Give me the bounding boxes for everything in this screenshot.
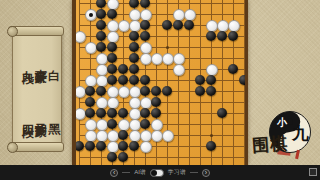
black-stone [107,108,117,118]
black-stone [140,75,150,85]
black-stone [239,75,248,85]
black-stone [206,86,216,96]
player-names: 白 李轩豪 九段 黑 胡子豪 四段 [14,35,60,143]
black-stone [140,108,150,118]
prev-button[interactable]: ‹ [110,169,118,177]
white-color-label: 白 [47,60,60,61]
black-stone [85,108,95,118]
star-point [166,46,169,49]
scroll-bottom-roll [8,142,64,152]
black-stone [85,141,95,151]
black-stone [96,108,106,118]
divider-left [122,172,130,173]
black-stone [118,75,128,85]
white-player-name: 李轩豪 [34,59,47,62]
black-stone [151,86,161,96]
taiji-big-char: 九 [291,124,309,143]
black-stone [195,86,205,96]
go-board[interactable] [72,0,248,165]
last-move-marker [89,13,93,17]
black-stone [129,141,139,151]
black-stone [140,20,150,30]
white-stone [74,31,86,43]
black-stone [74,141,84,151]
record-mode-toggle[interactable] [150,169,164,177]
divider-right [190,172,198,173]
white-stone [140,141,152,153]
black-stone [151,97,161,107]
black-stone [140,31,150,41]
black-stone [107,53,117,63]
black-stone [195,75,205,85]
black-stone [228,64,238,74]
black-stone [96,20,106,30]
black-stone [140,86,150,96]
black-stone [162,86,172,96]
channel-logo: 小 九 围棋 [252,110,314,170]
black-stone [96,31,106,41]
white-player-rank: 九段 [21,61,34,63]
white-player-column: 白 李轩豪 九段 [14,35,60,89]
black-stone [129,53,139,63]
black-stone [129,75,139,85]
black-player-rank: 四段 [21,115,34,117]
black-player-name: 胡子豪 [34,113,47,116]
black-stone [151,108,161,118]
black-stone [129,42,139,52]
black-stone [206,75,216,85]
black-player-column: 黑 胡子豪 四段 [14,89,60,143]
black-stone [217,108,227,118]
black-stone [107,64,117,74]
black-stone [173,20,183,30]
black-stone [162,20,172,30]
black-stone [217,31,227,41]
black-stone [96,141,106,151]
taiji-small-char: 小 [276,117,288,128]
black-stone [107,9,117,19]
logo-calligraphy: 围棋 [251,135,288,154]
left-mode-label[interactable]: AI谱 [134,169,146,176]
black-stone [118,64,128,74]
black-color-label: 黑 [47,114,60,115]
black-stone [85,97,95,107]
red-seal-mark [295,150,300,159]
black-stone [107,119,117,129]
black-stone [96,42,106,52]
black-stone [129,64,139,74]
black-stone [118,141,128,151]
black-stone [228,31,238,41]
fullscreen-icon[interactable] [309,168,317,176]
black-stone [85,86,95,96]
right-mode-label[interactable]: 学习谱 [168,169,186,176]
white-stone [162,130,174,142]
black-stone [107,75,117,85]
black-stone [129,31,139,41]
black-stone [118,130,128,140]
star-point [210,134,213,137]
next-button[interactable]: › [202,169,210,177]
black-stone [118,152,128,162]
black-stone [140,119,150,129]
scroll-bottom-knob [7,142,18,153]
black-stone [107,42,117,52]
black-stone [107,152,117,162]
black-stone [96,9,106,19]
black-stone [96,86,106,96]
black-stone [118,108,128,118]
black-stone [184,20,194,30]
white-stone [173,64,185,76]
bottom-toolbar: ‹ AI谱 学习谱 › [0,165,320,180]
player-name-scroll: 白 李轩豪 九段 黑 胡子豪 四段 [8,26,64,152]
black-stone [206,141,216,151]
black-stone [206,31,216,41]
toggle-knob [151,170,157,176]
